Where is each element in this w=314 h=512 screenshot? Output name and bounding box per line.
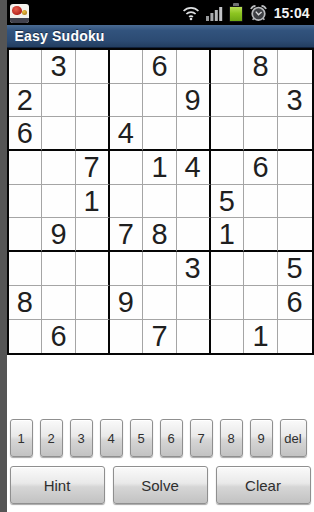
cell-r4c9[interactable]	[278, 151, 312, 185]
cell-r6c1[interactable]	[9, 218, 43, 252]
cell-r6c6[interactable]	[177, 218, 211, 252]
cell-r1c6[interactable]	[177, 50, 211, 84]
cell-r9c5[interactable]: 7	[143, 320, 177, 354]
cell-r3c1[interactable]: 6	[9, 117, 43, 151]
battery-icon	[229, 3, 243, 22]
cell-r9c2[interactable]: 6	[42, 320, 76, 354]
cell-r5c1[interactable]	[9, 185, 43, 219]
digit-9-button[interactable]: 9	[250, 419, 273, 457]
cell-r4c5[interactable]: 1	[143, 151, 177, 185]
delete-button[interactable]: del	[280, 419, 307, 457]
cell-r8c2[interactable]	[42, 286, 76, 320]
clear-button[interactable]: Clear	[216, 466, 311, 504]
cell-r2c7[interactable]	[211, 84, 245, 118]
cell-r5c5[interactable]	[143, 185, 177, 219]
cell-r3c2[interactable]	[42, 117, 76, 151]
cell-r6c4[interactable]: 7	[110, 218, 144, 252]
digit-2-button[interactable]: 2	[40, 419, 63, 457]
cell-r3c8[interactable]	[244, 117, 278, 151]
cell-r7c7[interactable]	[211, 252, 245, 286]
digit-3-button[interactable]: 3	[70, 419, 93, 457]
cell-r7c9[interactable]: 5	[278, 252, 312, 286]
cell-r4c1[interactable]	[9, 151, 43, 185]
cell-r7c2[interactable]	[42, 252, 76, 286]
cell-r5c6[interactable]	[177, 185, 211, 219]
cell-r6c3[interactable]	[76, 218, 110, 252]
sudoku-board: 36829364714615978135896671	[7, 48, 314, 355]
cell-r7c8[interactable]	[244, 252, 278, 286]
notification-logo-red-blob	[12, 6, 22, 15]
cell-r4c7[interactable]	[211, 151, 245, 185]
cell-r5c2[interactable]	[42, 185, 76, 219]
cell-r5c4[interactable]	[110, 185, 144, 219]
cell-r3c3[interactable]	[76, 117, 110, 151]
digit-6-button[interactable]: 6	[160, 419, 183, 457]
cell-r8c5[interactable]	[143, 286, 177, 320]
cell-r6c8[interactable]	[244, 218, 278, 252]
cell-r3c6[interactable]	[177, 117, 211, 151]
cell-r8c6[interactable]	[177, 286, 211, 320]
cell-r1c5[interactable]: 6	[143, 50, 177, 84]
cell-r8c7[interactable]	[211, 286, 245, 320]
solve-button[interactable]: Solve	[113, 466, 208, 504]
status-clock: 15:04	[274, 5, 311, 21]
cell-r7c4[interactable]	[110, 252, 144, 286]
notification-logo-dot	[22, 10, 27, 15]
cell-r3c9[interactable]	[278, 117, 312, 151]
cell-r1c1[interactable]	[9, 50, 43, 84]
cell-r4c2[interactable]	[42, 151, 76, 185]
cell-r9c6[interactable]	[177, 320, 211, 354]
digit-7-button[interactable]: 7	[190, 419, 213, 457]
wifi-icon	[182, 5, 200, 21]
cell-r9c4[interactable]	[110, 320, 144, 354]
cell-r3c4[interactable]: 4	[110, 117, 144, 151]
cell-r7c5[interactable]	[143, 252, 177, 286]
cell-r7c3[interactable]	[76, 252, 110, 286]
number-pad: 123456789del	[7, 419, 314, 457]
status-icons: 15:04	[182, 3, 311, 22]
digit-1-button[interactable]: 1	[10, 419, 33, 457]
app-notification-icon	[10, 4, 29, 23]
cell-r1c7[interactable]	[211, 50, 245, 84]
cell-r2c8[interactable]	[244, 84, 278, 118]
cell-r6c9[interactable]	[278, 218, 312, 252]
cell-r5c9[interactable]	[278, 185, 312, 219]
status-bar[interactable]: 15:04	[7, 0, 314, 25]
alarm-clock-icon	[249, 4, 268, 22]
cell-r1c2[interactable]: 3	[42, 50, 76, 84]
cell-r8c3[interactable]	[76, 286, 110, 320]
cell-r2c6[interactable]: 9	[177, 84, 211, 118]
cell-r8c4[interactable]: 9	[110, 286, 144, 320]
cell-r7c1[interactable]	[9, 252, 43, 286]
cell-r3c7[interactable]	[211, 117, 245, 151]
cell-r9c8[interactable]: 1	[244, 320, 278, 354]
cell-r4c4[interactable]	[110, 151, 144, 185]
signal-strength-icon	[206, 5, 223, 21]
battery-level	[229, 6, 243, 22]
digit-4-button[interactable]: 4	[100, 419, 123, 457]
cell-r3c5[interactable]	[143, 117, 177, 151]
cell-r8c1[interactable]: 8	[9, 286, 43, 320]
action-bar: Hint Solve Clear	[7, 466, 314, 504]
digit-5-button[interactable]: 5	[130, 419, 153, 457]
cell-r2c2[interactable]	[42, 84, 76, 118]
hint-button[interactable]: Hint	[10, 466, 105, 504]
cell-r2c9[interactable]: 3	[278, 84, 312, 118]
cell-r2c1[interactable]: 2	[9, 84, 43, 118]
phone-screen: 15:04 Easy Sudoku 3682936471461597813589…	[7, 0, 314, 512]
cell-r6c7[interactable]: 1	[211, 218, 245, 252]
cell-r8c8[interactable]	[244, 286, 278, 320]
cell-r5c7[interactable]: 5	[211, 185, 245, 219]
cell-r1c3[interactable]	[76, 50, 110, 84]
cell-r4c3[interactable]: 7	[76, 151, 110, 185]
cell-r6c5[interactable]: 8	[143, 218, 177, 252]
cell-r9c9[interactable]	[278, 320, 312, 354]
cell-r1c4[interactable]	[110, 50, 144, 84]
cell-r9c1[interactable]	[9, 320, 43, 354]
cell-r5c3[interactable]: 1	[76, 185, 110, 219]
notification-logo-strip	[10, 18, 29, 23]
cell-r4c8[interactable]: 6	[244, 151, 278, 185]
cell-r9c3[interactable]	[76, 320, 110, 354]
cell-r1c9[interactable]	[278, 50, 312, 84]
cell-r8c9[interactable]: 6	[278, 286, 312, 320]
cell-r9c7[interactable]	[211, 320, 245, 354]
title-bar: Easy Sudoku	[7, 25, 314, 48]
cell-r7c6[interactable]: 3	[177, 252, 211, 286]
cell-r1c8[interactable]: 8	[244, 50, 278, 84]
cell-r6c2[interactable]: 9	[42, 218, 76, 252]
cell-r2c4[interactable]	[110, 84, 144, 118]
cell-r4c6[interactable]: 4	[177, 151, 211, 185]
digit-8-button[interactable]: 8	[220, 419, 243, 457]
cell-r5c8[interactable]	[244, 185, 278, 219]
cell-r2c3[interactable]	[76, 84, 110, 118]
app-title: Easy Sudoku	[15, 28, 105, 44]
cell-r2c5[interactable]	[143, 84, 177, 118]
